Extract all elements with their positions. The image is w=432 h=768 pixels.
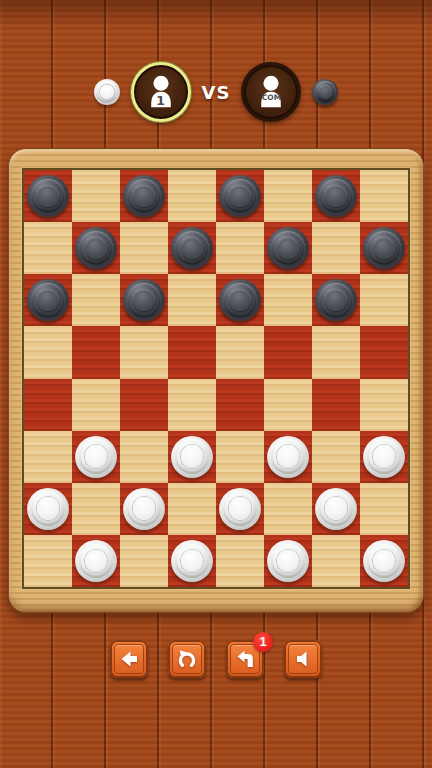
square-d6[interactable] [168, 274, 216, 326]
square-a2[interactable] [24, 483, 72, 535]
square-b6[interactable] [72, 274, 120, 326]
square-b8[interactable] [72, 170, 120, 222]
square-b1[interactable] [72, 535, 120, 587]
square-e1[interactable] [216, 535, 264, 587]
square-c8[interactable] [120, 170, 168, 222]
square-c2[interactable] [120, 483, 168, 535]
square-h7[interactable] [360, 222, 408, 274]
white-piece[interactable] [75, 436, 117, 478]
restart-icon [177, 649, 197, 669]
square-b5[interactable] [72, 326, 120, 378]
black-piece[interactable] [315, 279, 357, 321]
square-b3[interactable] [72, 431, 120, 483]
square-e8[interactable] [216, 170, 264, 222]
board-grid [24, 170, 408, 587]
square-f6[interactable] [264, 274, 312, 326]
white-piece[interactable] [315, 488, 357, 530]
vs-label: VS [202, 82, 231, 103]
undo-icon [235, 649, 255, 669]
speaker-icon [293, 649, 313, 669]
white-piece[interactable] [267, 436, 309, 478]
square-c7[interactable] [120, 222, 168, 274]
white-piece[interactable] [219, 488, 261, 530]
square-a1[interactable] [24, 535, 72, 587]
white-piece[interactable] [267, 540, 309, 582]
square-h6[interactable] [360, 274, 408, 326]
square-a6[interactable] [24, 274, 72, 326]
square-a5[interactable] [24, 326, 72, 378]
white-piece[interactable] [123, 488, 165, 530]
square-h2[interactable] [360, 483, 408, 535]
player2-avatar[interactable]: COM [241, 62, 301, 122]
square-g4[interactable] [312, 379, 360, 431]
square-e2[interactable] [216, 483, 264, 535]
restart-button[interactable] [168, 640, 206, 678]
square-d7[interactable] [168, 222, 216, 274]
black-piece[interactable] [219, 279, 261, 321]
black-piece[interactable] [123, 175, 165, 217]
square-a8[interactable] [24, 170, 72, 222]
square-g1[interactable] [312, 535, 360, 587]
square-e3[interactable] [216, 431, 264, 483]
square-a7[interactable] [24, 222, 72, 274]
square-f8[interactable] [264, 170, 312, 222]
match-header: 1 VS COM [0, 60, 432, 124]
square-h3[interactable] [360, 431, 408, 483]
square-f2[interactable] [264, 483, 312, 535]
square-f5[interactable] [264, 326, 312, 378]
player1-label: 1 [134, 94, 188, 107]
white-piece[interactable] [171, 540, 213, 582]
toolbar: 1 [0, 640, 432, 678]
square-g8[interactable] [312, 170, 360, 222]
black-piece[interactable] [363, 227, 405, 269]
black-checker-icon [312, 79, 338, 105]
square-h5[interactable] [360, 326, 408, 378]
square-g2[interactable] [312, 483, 360, 535]
square-c6[interactable] [120, 274, 168, 326]
board-inner-frame [22, 168, 410, 589]
black-piece[interactable] [219, 175, 261, 217]
black-piece[interactable] [123, 279, 165, 321]
square-f1[interactable] [264, 535, 312, 587]
white-piece[interactable] [75, 540, 117, 582]
square-h1[interactable] [360, 535, 408, 587]
square-d4[interactable] [168, 379, 216, 431]
sound-button[interactable] [284, 640, 322, 678]
square-g5[interactable] [312, 326, 360, 378]
square-d8[interactable] [168, 170, 216, 222]
square-b4[interactable] [72, 379, 120, 431]
checkers-board [8, 148, 424, 613]
black-piece[interactable] [75, 227, 117, 269]
white-piece[interactable] [27, 488, 69, 530]
square-e6[interactable] [216, 274, 264, 326]
square-f7[interactable] [264, 222, 312, 274]
back-arrow-icon [119, 649, 139, 669]
person-icon [255, 73, 287, 109]
white-piece[interactable] [171, 436, 213, 478]
back-button[interactable] [110, 640, 148, 678]
player1-avatar[interactable]: 1 [131, 62, 191, 122]
square-c5[interactable] [120, 326, 168, 378]
square-h8[interactable] [360, 170, 408, 222]
square-d5[interactable] [168, 326, 216, 378]
square-a3[interactable] [24, 431, 72, 483]
black-piece[interactable] [267, 227, 309, 269]
square-b2[interactable] [72, 483, 120, 535]
white-piece[interactable] [363, 436, 405, 478]
square-e7[interactable] [216, 222, 264, 274]
black-piece[interactable] [27, 175, 69, 217]
black-piece[interactable] [27, 279, 69, 321]
undo-badge: 1 [253, 632, 273, 652]
square-b7[interactable] [72, 222, 120, 274]
player2-label: COM [244, 94, 298, 102]
square-f4[interactable] [264, 379, 312, 431]
square-d1[interactable] [168, 535, 216, 587]
white-piece[interactable] [363, 540, 405, 582]
undo-button[interactable]: 1 [226, 640, 264, 678]
checkers-app: { "game": "checkers", "position": "W:W21… [0, 0, 432, 768]
square-g7[interactable] [312, 222, 360, 274]
square-h4[interactable] [360, 379, 408, 431]
square-g6[interactable] [312, 274, 360, 326]
black-piece[interactable] [171, 227, 213, 269]
white-checker-icon [94, 79, 120, 105]
square-c1[interactable] [120, 535, 168, 587]
square-g3[interactable] [312, 431, 360, 483]
square-e5[interactable] [216, 326, 264, 378]
square-c4[interactable] [120, 379, 168, 431]
black-piece[interactable] [315, 175, 357, 217]
square-e4[interactable] [216, 379, 264, 431]
square-d3[interactable] [168, 431, 216, 483]
square-d2[interactable] [168, 483, 216, 535]
square-f3[interactable] [264, 431, 312, 483]
square-a4[interactable] [24, 379, 72, 431]
square-c3[interactable] [120, 431, 168, 483]
